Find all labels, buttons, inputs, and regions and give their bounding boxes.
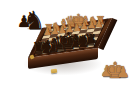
black-pawn-offboard: ♟: [17, 14, 31, 30]
piece-shadow: [20, 26, 29, 28]
square: [86, 43, 95, 47]
piece-shadow: [27, 28, 41, 30]
chess-set-photo: ♜♞♝♛♚♝♞♜♟♟♟♟♟♟♟♟♟♟♟♟♟♟♟♟♜♞♝♛♚♝♞♜♟♞♟♚♟: [0, 0, 130, 98]
brass-clasp-icon: [51, 69, 57, 74]
piece-shadow: [119, 77, 127, 79]
